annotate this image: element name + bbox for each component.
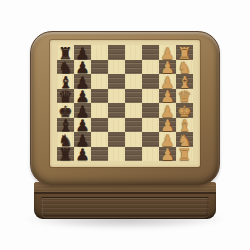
light-bishop: ♝: [176, 118, 193, 133]
light-queen: ♛: [176, 89, 193, 104]
square-r5c2: [91, 118, 108, 133]
dark-pawn: ♟: [74, 75, 91, 90]
square-r2c7: ♝: [176, 74, 193, 89]
light-pawn: ♟: [159, 104, 176, 119]
square-r4c7: ♚: [176, 103, 193, 118]
square-r0c0: ♜: [57, 45, 74, 60]
square-r1c7: ♞: [176, 60, 193, 75]
square-r3c1: ♟: [74, 89, 91, 104]
dark-knight: ♞: [57, 60, 74, 75]
square-r1c2: [91, 60, 108, 75]
square-r4c3: [108, 103, 125, 118]
square-r4c2: [91, 103, 108, 118]
square-r3c7: ♛: [176, 89, 193, 104]
dark-rook: ♜: [57, 46, 74, 61]
square-r7c2: [91, 147, 108, 162]
square-r2c3: [108, 74, 125, 89]
chess-board: ♜♟♟♜♞♟♟♞♝♟♟♝♛♟♟♛♚♟♟♚♝♟♟♝♞♟♟♞♜♟♟♜: [57, 45, 193, 161]
square-r0c3: [108, 45, 125, 60]
square-r6c5: [142, 132, 159, 147]
square-r7c6: ♟: [159, 147, 176, 162]
square-r3c2: [91, 89, 108, 104]
square-r7c4: [125, 147, 142, 162]
square-r7c1: ♟: [74, 147, 91, 162]
light-pawn: ♟: [159, 46, 176, 61]
square-r6c6: ♟: [159, 132, 176, 147]
light-knight: ♞: [176, 133, 193, 148]
dark-pawn: ♟: [74, 118, 91, 133]
square-r6c3: [108, 132, 125, 147]
square-r1c5: [142, 60, 159, 75]
square-r6c2: [91, 132, 108, 147]
dark-bishop: ♝: [57, 118, 74, 133]
square-r4c1: ♟: [74, 103, 91, 118]
dark-queen: ♛: [57, 89, 74, 104]
dark-bishop: ♝: [57, 75, 74, 90]
dark-pawn: ♟: [74, 60, 91, 75]
square-r0c5: [142, 45, 159, 60]
square-r5c5: [142, 118, 159, 133]
light-rook: ♜: [176, 46, 193, 61]
square-r1c0: ♞: [57, 60, 74, 75]
dark-rook: ♜: [57, 147, 74, 162]
light-pawn: ♟: [159, 89, 176, 104]
square-r1c4: [125, 60, 142, 75]
square-r7c0: ♜: [57, 147, 74, 162]
square-r4c4: [125, 103, 142, 118]
square-r3c5: [142, 89, 159, 104]
square-r0c7: ♜: [176, 45, 193, 60]
light-pawn: ♟: [159, 118, 176, 133]
light-knight: ♞: [176, 60, 193, 75]
square-r1c6: ♟: [159, 60, 176, 75]
light-pawn: ♟: [159, 133, 176, 148]
dark-pawn: ♟: [74, 133, 91, 148]
square-r4c5: [142, 103, 159, 118]
box-lid-top: ♜♟♟♜♞♟♟♞♝♟♟♝♛♟♟♛♚♟♟♚♝♟♟♝♞♟♟♞♜♟♟♜: [30, 31, 220, 186]
dark-pawn: ♟: [74, 89, 91, 104]
square-r5c3: [108, 118, 125, 133]
dark-king: ♚: [57, 104, 74, 119]
square-r3c3: [108, 89, 125, 104]
square-r0c6: ♟: [159, 45, 176, 60]
dark-pawn: ♟: [74, 46, 91, 61]
square-r5c6: ♟: [159, 118, 176, 133]
light-pawn: ♟: [159, 75, 176, 90]
square-r0c2: [91, 45, 108, 60]
square-r3c0: ♛: [57, 89, 74, 104]
square-r2c6: ♟: [159, 74, 176, 89]
square-r5c4: [125, 118, 142, 133]
drawer-front: [41, 197, 209, 218]
square-r1c1: ♟: [74, 60, 91, 75]
square-r6c7: ♞: [176, 132, 193, 147]
square-r4c0: ♚: [57, 103, 74, 118]
light-bishop: ♝: [176, 75, 193, 90]
light-pawn: ♟: [159, 147, 176, 162]
square-r5c7: ♝: [176, 118, 193, 133]
dark-knight: ♞: [57, 133, 74, 148]
square-r2c2: [91, 74, 108, 89]
square-r2c5: [142, 74, 159, 89]
square-r0c4: [125, 45, 142, 60]
square-r6c1: ♟: [74, 132, 91, 147]
box-base: [34, 182, 216, 219]
dark-pawn: ♟: [74, 147, 91, 162]
square-r6c4: [125, 132, 142, 147]
light-rook: ♜: [176, 147, 193, 162]
square-r5c0: ♝: [57, 118, 74, 133]
square-r2c4: [125, 74, 142, 89]
square-r7c3: [108, 147, 125, 162]
square-r5c1: ♟: [74, 118, 91, 133]
dark-pawn: ♟: [74, 104, 91, 119]
square-r0c1: ♟: [74, 45, 91, 60]
square-r7c7: ♜: [176, 147, 193, 162]
product-photo: ♜♟♟♜♞♟♟♞♝♟♟♝♛♟♟♛♚♟♟♚♝♟♟♝♞♟♟♞♜♟♟♜: [0, 0, 250, 250]
square-r6c0: ♞: [57, 132, 74, 147]
square-r3c6: ♟: [159, 89, 176, 104]
light-pawn: ♟: [159, 60, 176, 75]
square-r2c0: ♝: [57, 74, 74, 89]
square-r2c1: ♟: [74, 74, 91, 89]
square-r7c5: [142, 147, 159, 162]
square-r1c3: [108, 60, 125, 75]
square-r3c4: [125, 89, 142, 104]
square-r4c6: ♟: [159, 103, 176, 118]
light-king: ♚: [176, 104, 193, 119]
